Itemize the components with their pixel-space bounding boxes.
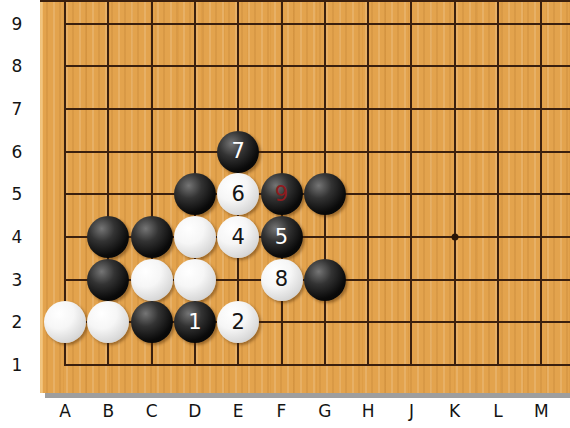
move-number-6: 6 <box>232 184 245 205</box>
stone-C4-black[interactable] <box>131 216 173 258</box>
column-label-L: L <box>493 401 502 421</box>
stone-E6-black[interactable]: 7 <box>217 131 259 173</box>
column-label-M: M <box>534 401 549 421</box>
stone-E5-white[interactable]: 6 <box>217 173 259 215</box>
row-label-7: 7 <box>12 99 23 119</box>
column-label-B: B <box>102 401 114 421</box>
go-diagram: 76945812 ABCDEFGHJKLM987654321 <box>0 0 570 428</box>
row-label-9: 9 <box>12 14 23 34</box>
stone-G5-black[interactable] <box>304 173 346 215</box>
grid-line-column-H <box>367 0 369 366</box>
row-label-6: 6 <box>12 142 23 162</box>
column-label-G: G <box>318 401 331 421</box>
grid-line-column-J <box>410 0 412 366</box>
row-label-4: 4 <box>12 227 23 247</box>
stone-B4-black[interactable] <box>87 216 129 258</box>
move-number-5: 5 <box>275 227 288 248</box>
row-label-2: 2 <box>12 312 23 332</box>
grid-line-top-edge <box>40 0 570 2</box>
grid-line-row-8 <box>64 65 570 67</box>
grid-line-column-K <box>454 0 456 366</box>
column-label-A: A <box>59 401 71 421</box>
stone-A2-white[interactable] <box>44 301 86 343</box>
stone-D2-black[interactable]: 1 <box>174 301 216 343</box>
row-label-5: 5 <box>12 184 23 204</box>
move-number-8: 8 <box>275 269 288 290</box>
column-label-K: K <box>449 401 460 421</box>
grid-line-row-9 <box>64 23 570 25</box>
grid-line-row-6 <box>64 151 570 153</box>
stone-B3-black[interactable] <box>87 259 129 301</box>
move-number-9: 9 <box>275 184 288 205</box>
stone-D4-white[interactable] <box>174 216 216 258</box>
column-label-F: F <box>277 401 287 421</box>
stone-E2-white[interactable]: 2 <box>217 301 259 343</box>
grid-line-row-7 <box>64 108 570 110</box>
column-label-C: C <box>146 401 158 421</box>
stone-C3-white[interactable] <box>131 259 173 301</box>
grid-line-column-M <box>540 0 542 366</box>
board-shadow <box>45 393 570 398</box>
row-label-8: 8 <box>12 56 23 76</box>
grid-line-row-1 <box>64 364 570 366</box>
stone-E4-white[interactable]: 4 <box>217 216 259 258</box>
stone-D3-white[interactable] <box>174 259 216 301</box>
column-label-H: H <box>362 401 375 421</box>
stone-D5-black[interactable] <box>174 173 216 215</box>
star-point-K4 <box>451 234 458 241</box>
column-label-E: E <box>233 401 244 421</box>
stone-F3-white[interactable]: 8 <box>261 259 303 301</box>
move-number-1: 1 <box>188 312 201 333</box>
grid-line-column-L <box>497 0 499 366</box>
stone-B2-white[interactable] <box>87 301 129 343</box>
row-label-1: 1 <box>12 355 23 375</box>
stone-C2-black[interactable] <box>131 301 173 343</box>
go-board[interactable]: 76945812 <box>40 0 570 393</box>
column-label-J: J <box>409 401 414 421</box>
column-label-D: D <box>188 401 201 421</box>
row-label-3: 3 <box>12 270 23 290</box>
stone-G3-black[interactable] <box>304 259 346 301</box>
stone-F4-black[interactable]: 5 <box>261 216 303 258</box>
move-number-4: 4 <box>232 227 245 248</box>
move-number-2: 2 <box>232 312 245 333</box>
move-number-7: 7 <box>232 141 245 162</box>
stone-F5-black[interactable]: 9 <box>261 173 303 215</box>
